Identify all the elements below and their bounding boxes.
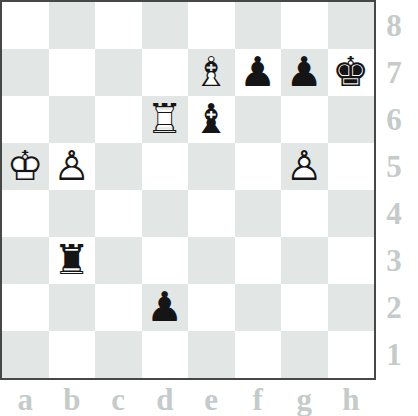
- piece-glyph: ♟: [142, 284, 189, 331]
- rank-label-5: 5: [376, 143, 418, 190]
- square-a1[interactable]: [2, 331, 49, 378]
- piece-outline-layer: ♗: [188, 49, 235, 96]
- file-label-c: c: [95, 382, 142, 416]
- square-h5[interactable]: [328, 143, 375, 190]
- black-pawn[interactable]: ♟: [142, 284, 189, 331]
- square-e1[interactable]: [188, 331, 235, 378]
- square-c6[interactable]: [95, 96, 142, 143]
- square-a3[interactable]: [2, 237, 49, 284]
- white-rook[interactable]: ♜♖: [142, 96, 189, 143]
- square-f1[interactable]: [235, 331, 282, 378]
- piece-outline-layer: ♙: [281, 143, 328, 190]
- file-labels: abcdefgh: [2, 382, 374, 416]
- square-f8[interactable]: [235, 2, 282, 49]
- square-h3[interactable]: [328, 237, 375, 284]
- square-h6[interactable]: [328, 96, 375, 143]
- square-g4[interactable]: [281, 190, 328, 237]
- square-b2[interactable]: [49, 284, 96, 331]
- square-c1[interactable]: [95, 331, 142, 378]
- square-d6[interactable]: ♜♖: [142, 96, 189, 143]
- square-h7[interactable]: ♚: [328, 49, 375, 96]
- chess-board: ♝♗♟♟♚♜♖♝♚♔♟♙♟♙♜♟: [0, 0, 376, 380]
- white-bishop[interactable]: ♝♗: [188, 49, 235, 96]
- square-e4[interactable]: [188, 190, 235, 237]
- rank-label-4: 4: [376, 190, 418, 237]
- square-c4[interactable]: [95, 190, 142, 237]
- rank-label-6: 6: [376, 96, 418, 143]
- square-f5[interactable]: [235, 143, 282, 190]
- piece-outline-layer: ♔: [2, 143, 49, 190]
- square-d5[interactable]: [142, 143, 189, 190]
- white-pawn[interactable]: ♟♙: [49, 143, 96, 190]
- piece-glyph: ♟: [281, 49, 328, 96]
- white-pawn[interactable]: ♟♙: [281, 143, 328, 190]
- white-king[interactable]: ♚♔: [2, 143, 49, 190]
- square-b5[interactable]: ♟♙: [49, 143, 96, 190]
- piece-outline-layer: ♖: [142, 96, 189, 143]
- square-d8[interactable]: [142, 2, 189, 49]
- file-label-b: b: [49, 382, 96, 416]
- piece-glyph: ♚: [328, 49, 375, 96]
- square-e6[interactable]: ♝: [188, 96, 235, 143]
- square-h2[interactable]: [328, 284, 375, 331]
- square-f7[interactable]: ♟: [235, 49, 282, 96]
- square-d4[interactable]: [142, 190, 189, 237]
- square-b4[interactable]: [49, 190, 96, 237]
- file-label-a: a: [2, 382, 49, 416]
- piece-glyph: ♝: [188, 96, 235, 143]
- black-pawn[interactable]: ♟: [235, 49, 282, 96]
- rank-label-7: 7: [376, 49, 418, 96]
- square-e8[interactable]: [188, 2, 235, 49]
- square-b8[interactable]: [49, 2, 96, 49]
- square-b6[interactable]: [49, 96, 96, 143]
- rank-label-8: 8: [376, 2, 418, 49]
- square-g6[interactable]: [281, 96, 328, 143]
- square-c7[interactable]: [95, 49, 142, 96]
- piece-glyph: ♜: [49, 237, 96, 284]
- square-f6[interactable]: [235, 96, 282, 143]
- square-d2[interactable]: ♟: [142, 284, 189, 331]
- rank-labels: 87654321: [376, 2, 418, 378]
- square-a6[interactable]: [2, 96, 49, 143]
- square-a2[interactable]: [2, 284, 49, 331]
- rank-label-2: 2: [376, 284, 418, 331]
- square-a7[interactable]: [2, 49, 49, 96]
- black-pawn[interactable]: ♟: [281, 49, 328, 96]
- square-d7[interactable]: [142, 49, 189, 96]
- square-c8[interactable]: [95, 2, 142, 49]
- square-g1[interactable]: [281, 331, 328, 378]
- square-d3[interactable]: [142, 237, 189, 284]
- square-h1[interactable]: [328, 331, 375, 378]
- square-a4[interactable]: [2, 190, 49, 237]
- square-g2[interactable]: [281, 284, 328, 331]
- black-king[interactable]: ♚: [328, 49, 375, 96]
- square-c5[interactable]: [95, 143, 142, 190]
- square-e2[interactable]: [188, 284, 235, 331]
- piece-outline-layer: ♙: [49, 143, 96, 190]
- square-c2[interactable]: [95, 284, 142, 331]
- square-h4[interactable]: [328, 190, 375, 237]
- rank-label-1: 1: [376, 331, 418, 378]
- file-label-d: d: [142, 382, 189, 416]
- square-g7[interactable]: ♟: [281, 49, 328, 96]
- square-e7[interactable]: ♝♗: [188, 49, 235, 96]
- piece-glyph: ♟: [235, 49, 282, 96]
- square-a5[interactable]: ♚♔: [2, 143, 49, 190]
- file-label-h: h: [328, 382, 375, 416]
- file-label-g: g: [281, 382, 328, 416]
- square-f3[interactable]: [235, 237, 282, 284]
- square-f2[interactable]: [235, 284, 282, 331]
- chess-diagram: ♝♗♟♟♚♜♖♝♚♔♟♙♟♙♜♟ 87654321 abcdefgh: [0, 0, 418, 416]
- square-e5[interactable]: [188, 143, 235, 190]
- square-a8[interactable]: [2, 2, 49, 49]
- square-g5[interactable]: ♟♙: [281, 143, 328, 190]
- square-e3[interactable]: [188, 237, 235, 284]
- square-b1[interactable]: [49, 331, 96, 378]
- rank-label-3: 3: [376, 237, 418, 284]
- square-g3[interactable]: [281, 237, 328, 284]
- square-h8[interactable]: [328, 2, 375, 49]
- black-bishop[interactable]: ♝: [188, 96, 235, 143]
- square-b3[interactable]: ♜: [49, 237, 96, 284]
- square-c3[interactable]: [95, 237, 142, 284]
- square-b7[interactable]: [49, 49, 96, 96]
- black-rook[interactable]: ♜: [49, 237, 96, 284]
- square-f4[interactable]: [235, 190, 282, 237]
- file-label-f: f: [235, 382, 282, 416]
- square-d1[interactable]: [142, 331, 189, 378]
- square-g8[interactable]: [281, 2, 328, 49]
- file-label-e: e: [188, 382, 235, 416]
